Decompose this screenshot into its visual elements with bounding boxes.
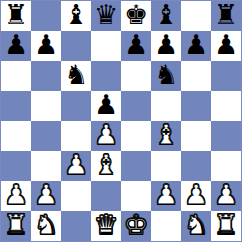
square-f8[interactable]: ♝ — [151, 1, 181, 31]
square-c1[interactable] — [61, 211, 91, 241]
square-a3[interactable] — [1, 151, 31, 181]
black-knight[interactable]: ♞ — [154, 61, 178, 90]
square-d5[interactable]: ♟ — [91, 91, 121, 121]
white-queen[interactable]: ♛ — [94, 211, 118, 240]
square-d4[interactable]: ♟ — [91, 121, 121, 151]
chess-board-container: ♜♝♛♚♝♜♟♟♟♟♟♟♞♞♟♟♝♟♝♟♟♟♟♟♜♞♛♚♞♜ — [0, 0, 242, 242]
square-e8[interactable]: ♚ — [121, 1, 151, 31]
black-rook[interactable]: ♜ — [4, 1, 28, 30]
white-bishop[interactable]: ♝ — [154, 121, 178, 150]
white-king[interactable]: ♚ — [124, 211, 148, 240]
white-pawn[interactable]: ♟ — [214, 181, 238, 210]
square-d8[interactable]: ♛ — [91, 1, 121, 31]
square-d6[interactable] — [91, 61, 121, 91]
square-a5[interactable] — [1, 91, 31, 121]
white-pawn[interactable]: ♟ — [184, 181, 208, 210]
square-d1[interactable]: ♛ — [91, 211, 121, 241]
square-d2[interactable] — [91, 181, 121, 211]
square-d7[interactable] — [91, 31, 121, 61]
square-f2[interactable]: ♟ — [151, 181, 181, 211]
square-a8[interactable]: ♜ — [1, 1, 31, 31]
black-knight[interactable]: ♞ — [64, 61, 88, 90]
black-pawn[interactable]: ♟ — [154, 31, 178, 60]
white-rook[interactable]: ♜ — [214, 211, 238, 240]
square-f5[interactable] — [151, 91, 181, 121]
square-h3[interactable] — [211, 151, 241, 181]
white-pawn[interactable]: ♟ — [94, 121, 118, 150]
square-b5[interactable] — [31, 91, 61, 121]
square-a7[interactable]: ♟ — [1, 31, 31, 61]
square-e7[interactable]: ♟ — [121, 31, 151, 61]
square-d3[interactable]: ♝ — [91, 151, 121, 181]
square-a1[interactable]: ♜ — [1, 211, 31, 241]
square-f7[interactable]: ♟ — [151, 31, 181, 61]
square-a4[interactable] — [1, 121, 31, 151]
square-c2[interactable] — [61, 181, 91, 211]
square-h5[interactable] — [211, 91, 241, 121]
white-bishop[interactable]: ♝ — [94, 151, 118, 180]
square-f3[interactable] — [151, 151, 181, 181]
black-bishop[interactable]: ♝ — [64, 1, 88, 30]
black-pawn[interactable]: ♟ — [34, 31, 58, 60]
black-rook[interactable]: ♜ — [214, 1, 238, 30]
square-b7[interactable]: ♟ — [31, 31, 61, 61]
square-g7[interactable]: ♟ — [181, 31, 211, 61]
square-b4[interactable] — [31, 121, 61, 151]
square-b6[interactable] — [31, 61, 61, 91]
square-h7[interactable]: ♟ — [211, 31, 241, 61]
square-g3[interactable] — [181, 151, 211, 181]
white-knight[interactable]: ♞ — [184, 211, 208, 240]
black-queen[interactable]: ♛ — [94, 1, 118, 30]
square-g6[interactable] — [181, 61, 211, 91]
square-h6[interactable] — [211, 61, 241, 91]
square-f1[interactable] — [151, 211, 181, 241]
black-bishop[interactable]: ♝ — [154, 1, 178, 30]
square-a2[interactable]: ♟ — [1, 181, 31, 211]
black-pawn[interactable]: ♟ — [4, 31, 28, 60]
white-rook[interactable]: ♜ — [4, 211, 28, 240]
square-c6[interactable]: ♞ — [61, 61, 91, 91]
square-h8[interactable]: ♜ — [211, 1, 241, 31]
square-e3[interactable] — [121, 151, 151, 181]
square-g5[interactable] — [181, 91, 211, 121]
white-pawn[interactable]: ♟ — [154, 181, 178, 210]
square-b3[interactable] — [31, 151, 61, 181]
square-e4[interactable] — [121, 121, 151, 151]
square-b2[interactable]: ♟ — [31, 181, 61, 211]
square-c4[interactable] — [61, 121, 91, 151]
square-g4[interactable] — [181, 121, 211, 151]
square-g1[interactable]: ♞ — [181, 211, 211, 241]
square-g2[interactable]: ♟ — [181, 181, 211, 211]
square-c5[interactable] — [61, 91, 91, 121]
square-e1[interactable]: ♚ — [121, 211, 151, 241]
square-e2[interactable] — [121, 181, 151, 211]
white-knight[interactable]: ♞ — [34, 211, 58, 240]
square-c7[interactable] — [61, 31, 91, 61]
square-e6[interactable] — [121, 61, 151, 91]
square-b1[interactable]: ♞ — [31, 211, 61, 241]
square-e5[interactable] — [121, 91, 151, 121]
square-f6[interactable]: ♞ — [151, 61, 181, 91]
black-pawn[interactable]: ♟ — [184, 31, 208, 60]
chess-board: ♜♝♛♚♝♜♟♟♟♟♟♟♞♞♟♟♝♟♝♟♟♟♟♟♜♞♛♚♞♜ — [0, 0, 242, 242]
square-c3[interactable]: ♟ — [61, 151, 91, 181]
black-king[interactable]: ♚ — [124, 1, 148, 30]
white-pawn[interactable]: ♟ — [34, 181, 58, 210]
white-pawn[interactable]: ♟ — [64, 151, 88, 180]
black-pawn[interactable]: ♟ — [214, 31, 238, 60]
square-f4[interactable]: ♝ — [151, 121, 181, 151]
square-b8[interactable] — [31, 1, 61, 31]
black-pawn[interactable]: ♟ — [124, 31, 148, 60]
square-h4[interactable] — [211, 121, 241, 151]
square-c8[interactable]: ♝ — [61, 1, 91, 31]
square-g8[interactable] — [181, 1, 211, 31]
square-a6[interactable] — [1, 61, 31, 91]
white-pawn[interactable]: ♟ — [4, 181, 28, 210]
black-pawn[interactable]: ♟ — [94, 91, 118, 120]
square-h1[interactable]: ♜ — [211, 211, 241, 241]
square-h2[interactable]: ♟ — [211, 181, 241, 211]
